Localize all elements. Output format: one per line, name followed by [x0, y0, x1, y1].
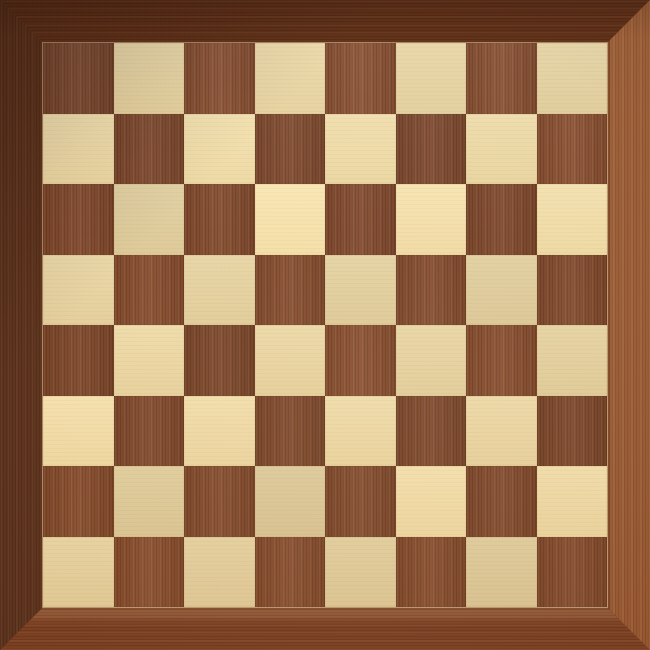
board-square[interactable]	[184, 114, 255, 185]
board-square[interactable]	[325, 396, 396, 467]
board-square[interactable]	[255, 537, 326, 608]
board-square[interactable]	[114, 43, 185, 114]
board-square[interactable]	[466, 43, 537, 114]
board-square[interactable]	[537, 396, 608, 467]
board-square[interactable]	[466, 114, 537, 185]
board-square[interactable]	[325, 255, 396, 326]
board-square[interactable]	[43, 43, 114, 114]
board-square[interactable]	[184, 255, 255, 326]
board-square[interactable]	[537, 537, 608, 608]
board-square[interactable]	[255, 396, 326, 467]
board-square[interactable]	[537, 43, 608, 114]
board-square[interactable]	[466, 184, 537, 255]
board-square[interactable]	[396, 325, 467, 396]
board-square[interactable]	[255, 114, 326, 185]
board-square[interactable]	[325, 184, 396, 255]
board-square[interactable]	[466, 466, 537, 537]
board-square[interactable]	[466, 255, 537, 326]
board-square[interactable]	[114, 114, 185, 185]
board-square[interactable]	[325, 325, 396, 396]
board-square[interactable]	[43, 184, 114, 255]
board-square[interactable]	[114, 255, 185, 326]
board-square[interactable]	[184, 466, 255, 537]
board-square[interactable]	[43, 466, 114, 537]
board-square[interactable]	[255, 325, 326, 396]
board-square[interactable]	[114, 184, 185, 255]
wooden-chess-board-photo	[0, 0, 650, 650]
board-square[interactable]	[325, 537, 396, 608]
board-square[interactable]	[396, 255, 467, 326]
board-square[interactable]	[255, 43, 326, 114]
board-square[interactable]	[325, 466, 396, 537]
board-square[interactable]	[396, 466, 467, 537]
board-square[interactable]	[537, 114, 608, 185]
board-square[interactable]	[184, 537, 255, 608]
board-square[interactable]	[466, 396, 537, 467]
board-square[interactable]	[255, 184, 326, 255]
board-square[interactable]	[325, 114, 396, 185]
board-square[interactable]	[396, 537, 467, 608]
board-square[interactable]	[396, 43, 467, 114]
board-square[interactable]	[184, 184, 255, 255]
board-square[interactable]	[43, 396, 114, 467]
board-square[interactable]	[537, 255, 608, 326]
board-square[interactable]	[114, 466, 185, 537]
board-square[interactable]	[255, 466, 326, 537]
board-square[interactable]	[537, 325, 608, 396]
board-square[interactable]	[537, 466, 608, 537]
board-square[interactable]	[466, 537, 537, 608]
board-square[interactable]	[43, 114, 114, 185]
board-square[interactable]	[43, 255, 114, 326]
board-square[interactable]	[114, 325, 185, 396]
board-square[interactable]	[537, 184, 608, 255]
board-square[interactable]	[184, 43, 255, 114]
board-square[interactable]	[43, 325, 114, 396]
chess-board	[43, 43, 607, 607]
board-square[interactable]	[396, 184, 467, 255]
board-square[interactable]	[184, 396, 255, 467]
board-square[interactable]	[114, 396, 185, 467]
board-square[interactable]	[43, 537, 114, 608]
board-square[interactable]	[325, 43, 396, 114]
board-square[interactable]	[396, 396, 467, 467]
board-square[interactable]	[466, 325, 537, 396]
board-square[interactable]	[184, 325, 255, 396]
board-square[interactable]	[396, 114, 467, 185]
board-square[interactable]	[255, 255, 326, 326]
board-square[interactable]	[114, 537, 185, 608]
